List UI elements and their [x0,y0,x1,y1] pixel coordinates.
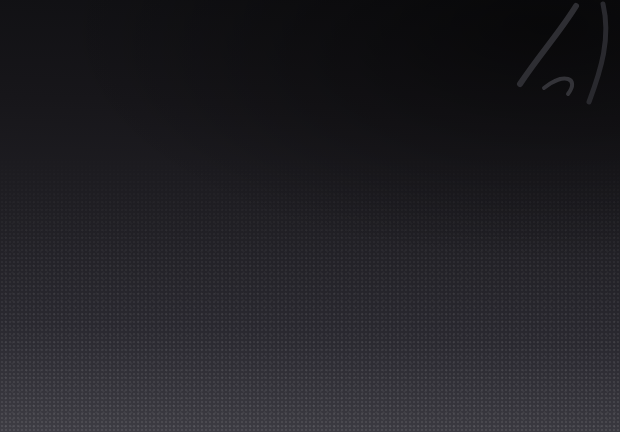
cable [544,79,572,94]
photo-scene [0,0,620,432]
chessboard [0,0,620,432]
cable [589,4,606,102]
cable [520,6,576,84]
cables [520,4,606,102]
